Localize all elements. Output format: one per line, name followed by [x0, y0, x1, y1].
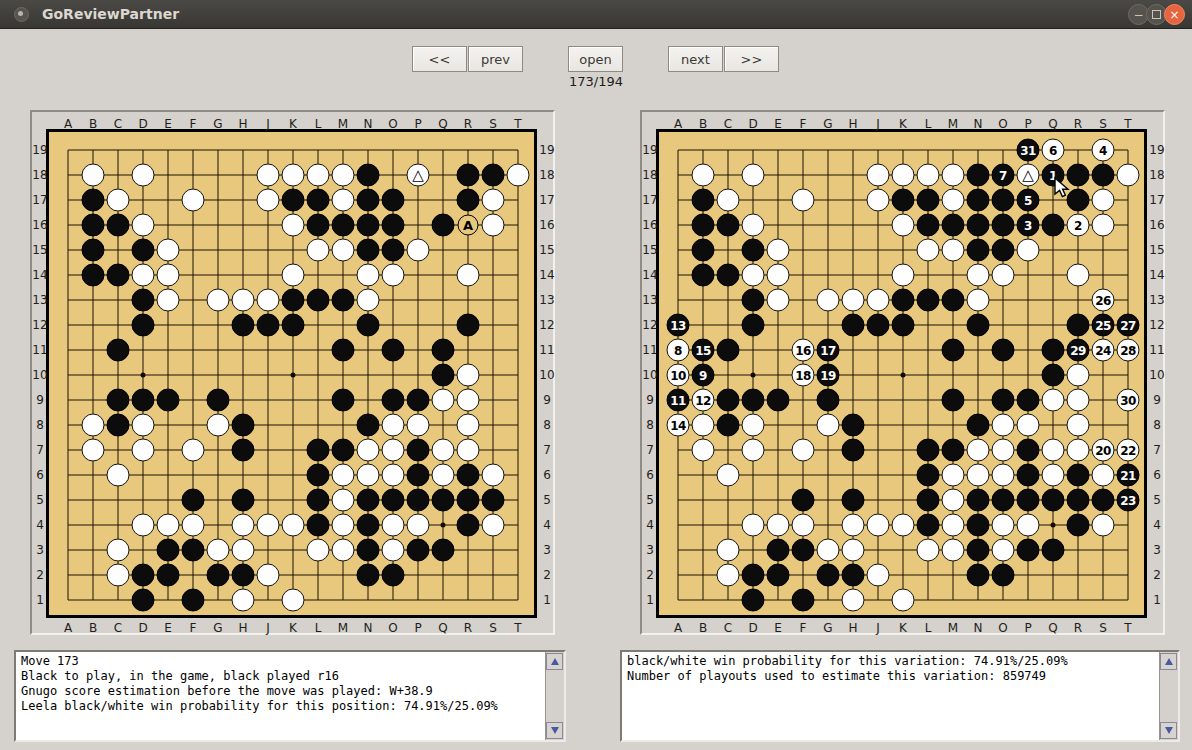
black-stone-D12[interactable]: [132, 314, 155, 337]
white-stone-B18[interactable]: [692, 164, 715, 187]
white-stone-C17[interactable]: [717, 189, 740, 212]
white-stone-M17[interactable]: [332, 189, 355, 212]
black-stone-K13[interactable]: [892, 289, 915, 312]
black-stone-F1[interactable]: [182, 589, 205, 612]
white-stone-D14[interactable]: [132, 264, 155, 287]
white-stone-F17[interactable]: [182, 189, 205, 212]
game-info-scrollbar[interactable]: [545, 652, 564, 740]
black-stone-Q10[interactable]: [1042, 364, 1065, 387]
black-stone-S18[interactable]: [1092, 164, 1115, 187]
black-stone-L7[interactable]: [307, 439, 330, 462]
close-button[interactable]: ×: [1164, 4, 1185, 25]
white-stone-E4[interactable]: [767, 514, 790, 537]
black-stone-H5[interactable]: [232, 489, 255, 512]
white-stone-M6[interactable]: [942, 464, 965, 487]
black-stone-B16[interactable]: [82, 214, 105, 237]
white-stone-C2[interactable]: [107, 564, 130, 587]
black-stone-N8[interactable]: [357, 414, 380, 437]
black-stone-M13[interactable]: [942, 289, 965, 312]
white-stone-C2[interactable]: [717, 564, 740, 587]
white-stone-J4[interactable]: [257, 514, 280, 537]
black-stone-D1[interactable]: [742, 589, 765, 612]
white-stone-J4[interactable]: [867, 514, 890, 537]
black-stone-M9[interactable]: [942, 389, 965, 412]
white-stone-C3[interactable]: [717, 539, 740, 562]
white-stone-O8[interactable]: [382, 414, 405, 437]
white-stone-J18[interactable]: [257, 164, 280, 187]
white-stone-H13[interactable]: [232, 289, 255, 312]
white-stone-R7[interactable]: [457, 439, 480, 462]
black-stone-R5[interactable]: [1067, 489, 1090, 512]
black-stone-E2[interactable]: [157, 564, 180, 587]
black-stone-A12[interactable]: 13: [667, 314, 690, 337]
black-stone-O11[interactable]: [992, 339, 1015, 362]
white-stone-S16[interactable]: [1092, 214, 1115, 237]
white-stone-D14[interactable]: [742, 264, 765, 287]
white-stone-F17[interactable]: [792, 189, 815, 212]
black-stone-D2[interactable]: [132, 564, 155, 587]
black-stone-D15[interactable]: [132, 239, 155, 262]
white-stone-J18[interactable]: [867, 164, 890, 187]
black-stone-F5[interactable]: [182, 489, 205, 512]
white-stone-N13[interactable]: [357, 289, 380, 312]
white-stone-N13[interactable]: [967, 289, 990, 312]
black-stone-C14[interactable]: [107, 264, 130, 287]
black-stone-M11[interactable]: [942, 339, 965, 362]
black-stone-G2[interactable]: [207, 564, 230, 587]
black-stone-P5[interactable]: [1017, 489, 1040, 512]
black-stone-P16[interactable]: 3: [1017, 214, 1040, 237]
white-stone-E15[interactable]: [157, 239, 180, 262]
black-stone-P9[interactable]: [1017, 389, 1040, 412]
white-stone-S17[interactable]: [1092, 189, 1115, 212]
white-stone-C3[interactable]: [107, 539, 130, 562]
black-stone-Q11[interactable]: [432, 339, 455, 362]
white-stone-M15[interactable]: [332, 239, 355, 262]
white-stone-H3[interactable]: [232, 539, 255, 562]
black-stone-K12[interactable]: [282, 314, 305, 337]
white-stone-F4[interactable]: [182, 514, 205, 537]
black-stone-S5[interactable]: [482, 489, 505, 512]
black-stone-S18[interactable]: [482, 164, 505, 187]
white-stone-E14[interactable]: [157, 264, 180, 287]
black-stone-P9[interactable]: [407, 389, 430, 412]
black-stone-G9[interactable]: [207, 389, 230, 412]
black-stone-R6[interactable]: [457, 464, 480, 487]
white-stone-O6[interactable]: [382, 464, 405, 487]
black-stone-T12[interactable]: 27: [1117, 314, 1140, 337]
black-stone-N15[interactable]: [357, 239, 380, 262]
white-stone-R9[interactable]: [1067, 389, 1090, 412]
white-stone-L18[interactable]: [917, 164, 940, 187]
white-stone-S4[interactable]: [482, 514, 505, 537]
white-stone-B8[interactable]: [82, 414, 105, 437]
white-stone-S6[interactable]: [1092, 464, 1115, 487]
open-button[interactable]: open: [568, 46, 623, 72]
white-stone-D7[interactable]: [132, 439, 155, 462]
white-stone-R10[interactable]: [1067, 364, 1090, 387]
black-stone-E3[interactable]: [157, 539, 180, 562]
black-stone-L6[interactable]: [917, 464, 940, 487]
black-stone-P5[interactable]: [407, 489, 430, 512]
black-stone-H12[interactable]: [842, 314, 865, 337]
black-stone-H8[interactable]: [842, 414, 865, 437]
black-stone-G9[interactable]: [817, 389, 840, 412]
black-stone-N16[interactable]: [357, 214, 380, 237]
white-stone-B7[interactable]: [82, 439, 105, 462]
white-stone-N7[interactable]: [357, 439, 380, 462]
black-stone-Q10[interactable]: [432, 364, 455, 387]
white-stone-K1[interactable]: [282, 589, 305, 612]
black-stone-B16[interactable]: [692, 214, 715, 237]
black-stone-N17[interactable]: [357, 189, 380, 212]
black-stone-Q16[interactable]: [1042, 214, 1065, 237]
white-stone-Q7[interactable]: [432, 439, 455, 462]
black-stone-L4[interactable]: [307, 514, 330, 537]
white-stone-B8[interactable]: [692, 414, 715, 437]
black-stone-Q3[interactable]: [432, 539, 455, 562]
black-stone-D12[interactable]: [742, 314, 765, 337]
white-stone-T9[interactable]: 30: [1117, 389, 1140, 412]
white-stone-G8[interactable]: [207, 414, 230, 437]
white-stone-G13[interactable]: [817, 289, 840, 312]
black-stone-P19[interactable]: 31: [1017, 139, 1040, 162]
white-stone-O7[interactable]: [382, 439, 405, 462]
white-stone-G3[interactable]: [817, 539, 840, 562]
black-stone-D9[interactable]: [132, 389, 155, 412]
black-stone-L6[interactable]: [307, 464, 330, 487]
black-stone-S12[interactable]: 25: [1092, 314, 1115, 337]
white-stone-H13[interactable]: [842, 289, 865, 312]
black-stone-D1[interactable]: [132, 589, 155, 612]
black-stone-A9[interactable]: 11: [667, 389, 690, 412]
white-stone-G3[interactable]: [207, 539, 230, 562]
white-stone-K18[interactable]: [892, 164, 915, 187]
black-stone-B15[interactable]: [82, 239, 105, 262]
black-stone-N3[interactable]: [967, 539, 990, 562]
white-stone-N6[interactable]: [967, 464, 990, 487]
black-stone-H7[interactable]: [842, 439, 865, 462]
white-stone-O4[interactable]: [992, 514, 1015, 537]
black-stone-N2[interactable]: [357, 564, 380, 587]
black-stone-O5[interactable]: [992, 489, 1015, 512]
white-stone-M5[interactable]: [332, 489, 355, 512]
black-stone-L13[interactable]: [917, 289, 940, 312]
white-stone-D8[interactable]: [132, 414, 155, 437]
white-stone-R8[interactable]: [1067, 414, 1090, 437]
white-stone-S4[interactable]: [1092, 514, 1115, 537]
white-stone-M3[interactable]: [942, 539, 965, 562]
white-stone-D4[interactable]: [132, 514, 155, 537]
black-stone-L16[interactable]: [307, 214, 330, 237]
black-stone-K17[interactable]: [892, 189, 915, 212]
black-stone-M7[interactable]: [942, 439, 965, 462]
black-stone-H2[interactable]: [232, 564, 255, 587]
last-move-button[interactable]: >>: [724, 46, 779, 72]
white-stone-R7[interactable]: [1067, 439, 1090, 462]
white-stone-P18[interactable]: △: [407, 164, 430, 187]
white-stone-O14[interactable]: [992, 264, 1015, 287]
white-stone-M5[interactable]: [942, 489, 965, 512]
white-stone-B7[interactable]: [692, 439, 715, 462]
white-stone-D16[interactable]: [132, 214, 155, 237]
white-stone-K14[interactable]: [282, 264, 305, 287]
white-stone-S13[interactable]: 26: [1092, 289, 1115, 312]
black-stone-P6[interactable]: [407, 464, 430, 487]
black-stone-Q11[interactable]: [1042, 339, 1065, 362]
black-stone-N12[interactable]: [357, 314, 380, 337]
point-label-A[interactable]: A: [458, 215, 479, 236]
white-stone-F11[interactable]: 16: [792, 339, 815, 362]
white-stone-H1[interactable]: [232, 589, 255, 612]
black-stone-N4[interactable]: [357, 514, 380, 537]
white-stone-O3[interactable]: [382, 539, 405, 562]
black-stone-H2[interactable]: [842, 564, 865, 587]
white-stone-T18[interactable]: [1117, 164, 1140, 187]
white-stone-A11[interactable]: 8: [667, 339, 690, 362]
white-stone-K4[interactable]: [282, 514, 305, 537]
black-stone-M13[interactable]: [332, 289, 355, 312]
white-stone-T11[interactable]: 28: [1117, 339, 1140, 362]
white-stone-F7[interactable]: [182, 439, 205, 462]
black-stone-M16[interactable]: [332, 214, 355, 237]
white-stone-A8[interactable]: 14: [667, 414, 690, 437]
white-stone-M15[interactable]: [942, 239, 965, 262]
white-stone-O6[interactable]: [992, 464, 1015, 487]
black-stone-R5[interactable]: [457, 489, 480, 512]
white-stone-G13[interactable]: [207, 289, 230, 312]
scroll-down-icon[interactable]: [1160, 722, 1177, 739]
white-stone-S11[interactable]: 24: [1092, 339, 1115, 362]
black-stone-D2[interactable]: [742, 564, 765, 587]
white-stone-H3[interactable]: [842, 539, 865, 562]
black-stone-R18[interactable]: [457, 164, 480, 187]
white-stone-R16[interactable]: 2: [1067, 214, 1090, 237]
white-stone-P15[interactable]: [1017, 239, 1040, 262]
black-stone-O15[interactable]: [992, 239, 1015, 262]
black-stone-O15[interactable]: [382, 239, 405, 262]
white-stone-D8[interactable]: [742, 414, 765, 437]
black-stone-B11[interactable]: 15: [692, 339, 715, 362]
black-stone-O5[interactable]: [382, 489, 405, 512]
white-stone-D4[interactable]: [742, 514, 765, 537]
black-stone-B17[interactable]: [82, 189, 105, 212]
black-stone-B14[interactable]: [82, 264, 105, 287]
white-stone-M18[interactable]: [942, 164, 965, 187]
white-stone-L3[interactable]: [917, 539, 940, 562]
black-stone-N15[interactable]: [967, 239, 990, 262]
black-stone-M16[interactable]: [942, 214, 965, 237]
white-stone-P15[interactable]: [407, 239, 430, 262]
black-stone-L16[interactable]: [917, 214, 940, 237]
white-stone-T7[interactable]: 22: [1117, 439, 1140, 462]
white-stone-A10[interactable]: 10: [667, 364, 690, 387]
black-stone-T6[interactable]: 21: [1117, 464, 1140, 487]
black-stone-L7[interactable]: [917, 439, 940, 462]
white-stone-G8[interactable]: [817, 414, 840, 437]
white-stone-J2[interactable]: [257, 564, 280, 587]
white-stone-K14[interactable]: [892, 264, 915, 287]
black-stone-N2[interactable]: [967, 564, 990, 587]
white-stone-D18[interactable]: [132, 164, 155, 187]
black-stone-O16[interactable]: [382, 214, 405, 237]
black-stone-H8[interactable]: [232, 414, 255, 437]
white-stone-B18[interactable]: [82, 164, 105, 187]
white-stone-S16[interactable]: [482, 214, 505, 237]
black-stone-B15[interactable]: [692, 239, 715, 262]
white-stone-K1[interactable]: [892, 589, 915, 612]
white-stone-J2[interactable]: [867, 564, 890, 587]
black-stone-B10[interactable]: 9: [692, 364, 715, 387]
black-stone-L17[interactable]: [917, 189, 940, 212]
white-stone-O4[interactable]: [382, 514, 405, 537]
white-stone-J17[interactable]: [257, 189, 280, 212]
black-stone-F1[interactable]: [792, 589, 815, 612]
white-stone-Q9[interactable]: [432, 389, 455, 412]
white-stone-E4[interactable]: [157, 514, 180, 537]
black-stone-L5[interactable]: [307, 489, 330, 512]
black-stone-C16[interactable]: [717, 214, 740, 237]
black-stone-E9[interactable]: [767, 389, 790, 412]
black-stone-L13[interactable]: [307, 289, 330, 312]
white-stone-J13[interactable]: [257, 289, 280, 312]
black-stone-P17[interactable]: 5: [1017, 189, 1040, 212]
white-stone-R8[interactable]: [457, 414, 480, 437]
black-stone-N18[interactable]: [357, 164, 380, 187]
black-stone-F3[interactable]: [182, 539, 205, 562]
white-stone-P18[interactable]: △: [1017, 164, 1040, 187]
black-stone-R12[interactable]: [1067, 314, 1090, 337]
white-stone-H4[interactable]: [232, 514, 255, 537]
black-stone-F3[interactable]: [792, 539, 815, 562]
black-stone-R6[interactable]: [1067, 464, 1090, 487]
variation-board[interactable]: AABBCCDDEEFFGGHHJJKKLLMMNNOOPPQQRRSSTT19…: [640, 110, 1165, 635]
black-stone-P3[interactable]: [1017, 539, 1040, 562]
white-stone-C17[interactable]: [107, 189, 130, 212]
black-stone-R4[interactable]: [1067, 514, 1090, 537]
black-stone-P7[interactable]: [1017, 439, 1040, 462]
black-stone-O17[interactable]: [382, 189, 405, 212]
black-stone-N5[interactable]: [967, 489, 990, 512]
white-stone-E13[interactable]: [157, 289, 180, 312]
black-stone-K13[interactable]: [282, 289, 305, 312]
white-stone-K16[interactable]: [282, 214, 305, 237]
black-stone-N17[interactable]: [967, 189, 990, 212]
white-stone-F7[interactable]: [792, 439, 815, 462]
black-stone-O11[interactable]: [382, 339, 405, 362]
black-stone-L5[interactable]: [917, 489, 940, 512]
black-stone-F5[interactable]: [792, 489, 815, 512]
black-stone-H12[interactable]: [232, 314, 255, 337]
prev-move-button[interactable]: prev: [468, 46, 523, 72]
black-stone-N16[interactable]: [967, 214, 990, 237]
black-stone-E3[interactable]: [767, 539, 790, 562]
white-stone-K18[interactable]: [282, 164, 305, 187]
black-stone-Q5[interactable]: [1042, 489, 1065, 512]
white-stone-Q6[interactable]: [1042, 464, 1065, 487]
scroll-up-icon[interactable]: [1160, 653, 1177, 670]
black-stone-M9[interactable]: [332, 389, 355, 412]
white-stone-M17[interactable]: [942, 189, 965, 212]
black-stone-P3[interactable]: [407, 539, 430, 562]
white-stone-N14[interactable]: [967, 264, 990, 287]
black-stone-C8[interactable]: [107, 414, 130, 437]
white-stone-P8[interactable]: [407, 414, 430, 437]
white-stone-H4[interactable]: [842, 514, 865, 537]
black-stone-B14[interactable]: [692, 264, 715, 287]
black-stone-C11[interactable]: [107, 339, 130, 362]
white-stone-J13[interactable]: [867, 289, 890, 312]
black-stone-O17[interactable]: [992, 189, 1015, 212]
game-board[interactable]: AABBCCDDEEFFGGHHJJKKLLMMNNOOPPQQRRSSTT19…: [30, 110, 555, 635]
black-stone-N4[interactable]: [967, 514, 990, 537]
black-stone-H5[interactable]: [842, 489, 865, 512]
black-stone-J12[interactable]: [867, 314, 890, 337]
black-stone-E9[interactable]: [157, 389, 180, 412]
black-stone-G2[interactable]: [817, 564, 840, 587]
white-stone-K16[interactable]: [892, 214, 915, 237]
white-stone-R14[interactable]: [457, 264, 480, 287]
white-stone-R10[interactable]: [457, 364, 480, 387]
black-stone-O2[interactable]: [992, 564, 1015, 587]
variation-info-scrollbar[interactable]: [1159, 652, 1178, 740]
black-stone-P6[interactable]: [1017, 464, 1040, 487]
white-stone-Q6[interactable]: [432, 464, 455, 487]
black-stone-R4[interactable]: [457, 514, 480, 537]
white-stone-D7[interactable]: [742, 439, 765, 462]
white-stone-R9[interactable]: [457, 389, 480, 412]
black-stone-Q5[interactable]: [432, 489, 455, 512]
black-stone-P7[interactable]: [407, 439, 430, 462]
first-move-button[interactable]: <<: [412, 46, 467, 72]
white-stone-S17[interactable]: [482, 189, 505, 212]
black-stone-N8[interactable]: [967, 414, 990, 437]
white-stone-O3[interactable]: [992, 539, 1015, 562]
white-stone-L15[interactable]: [307, 239, 330, 262]
white-stone-L15[interactable]: [917, 239, 940, 262]
white-stone-E15[interactable]: [767, 239, 790, 262]
white-stone-D16[interactable]: [742, 214, 765, 237]
white-stone-L18[interactable]: [307, 164, 330, 187]
black-stone-R17[interactable]: [457, 189, 480, 212]
black-stone-O2[interactable]: [382, 564, 405, 587]
black-stone-G10[interactable]: 19: [817, 364, 840, 387]
black-stone-M7[interactable]: [332, 439, 355, 462]
black-stone-C11[interactable]: [717, 339, 740, 362]
white-stone-M4[interactable]: [332, 514, 355, 537]
black-stone-D15[interactable]: [742, 239, 765, 262]
white-stone-Q19[interactable]: 6: [1042, 139, 1065, 162]
black-stone-T5[interactable]: 23: [1117, 489, 1140, 512]
white-stone-E13[interactable]: [767, 289, 790, 312]
black-stone-N3[interactable]: [357, 539, 380, 562]
scroll-down-icon[interactable]: [546, 722, 563, 739]
white-stone-F4[interactable]: [792, 514, 815, 537]
white-stone-M18[interactable]: [332, 164, 355, 187]
white-stone-P4[interactable]: [1017, 514, 1040, 537]
black-stone-Q16[interactable]: [432, 214, 455, 237]
white-stone-Q7[interactable]: [1042, 439, 1065, 462]
black-stone-C16[interactable]: [107, 214, 130, 237]
black-stone-C8[interactable]: [717, 414, 740, 437]
white-stone-R14[interactable]: [1067, 264, 1090, 287]
white-stone-M3[interactable]: [332, 539, 355, 562]
white-stone-S7[interactable]: 20: [1092, 439, 1115, 462]
black-stone-O16[interactable]: [992, 214, 1015, 237]
black-stone-O18[interactable]: 7: [992, 164, 1015, 187]
scroll-up-icon[interactable]: [546, 653, 563, 670]
white-stone-M4[interactable]: [942, 514, 965, 537]
